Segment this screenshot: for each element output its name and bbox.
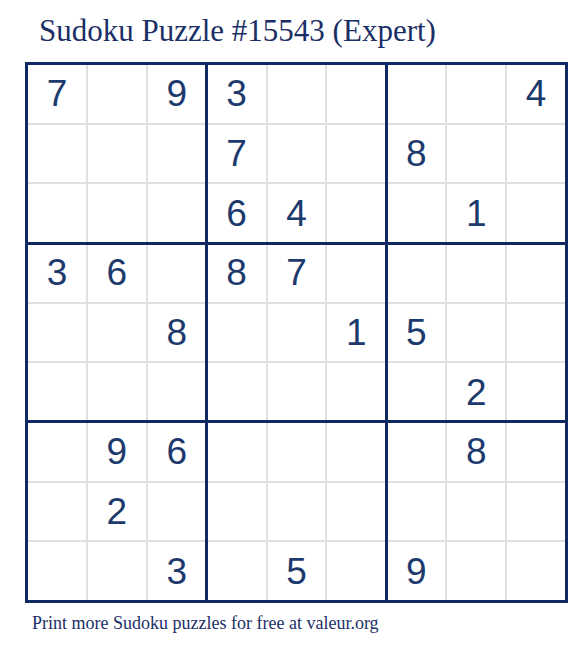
cell-r9c1 [28,542,86,600]
cell-r4c7 [387,244,445,302]
cell-r9c5: 5 [268,542,326,600]
cell-r6c9 [507,363,565,421]
cell-r3c9 [507,184,565,242]
cell-r7c8: 8 [447,423,505,481]
cell-r9c8 [447,542,505,600]
cell-r5c5 [268,304,326,362]
cell-r3c8: 1 [447,184,505,242]
cell-r7c3: 6 [148,423,206,481]
cell-r7c4 [208,423,266,481]
cell-r4c4: 8 [208,244,266,302]
cell-r8c4 [208,483,266,541]
cell-r4c9 [507,244,565,302]
cell-r7c6 [327,423,385,481]
cell-r1c6 [327,65,385,123]
cell-r5c2 [88,304,146,362]
cell-r6c6 [327,363,385,421]
box-divider-vertical-1 [205,65,208,600]
cell-r3c1 [28,184,86,242]
cell-r6c1 [28,363,86,421]
cell-r8c5 [268,483,326,541]
cell-r2c4: 7 [208,125,266,183]
cell-r9c9 [507,542,565,600]
cell-r2c8 [447,125,505,183]
cell-r2c2 [88,125,146,183]
cell-r6c3 [148,363,206,421]
cell-r7c7 [387,423,445,481]
cell-r2c9 [507,125,565,183]
cell-r7c1 [28,423,86,481]
cell-r2c7: 8 [387,125,445,183]
cell-r5c7: 5 [387,304,445,362]
cell-r1c9: 4 [507,65,565,123]
box-divider-vertical-2 [385,65,388,600]
cell-r1c2 [88,65,146,123]
footer-text: Print more Sudoku puzzles for free at va… [32,613,379,634]
cell-r5c3: 8 [148,304,206,362]
cell-r8c8 [447,483,505,541]
cell-r7c2: 9 [88,423,146,481]
cell-r2c3 [148,125,206,183]
cell-r2c5 [268,125,326,183]
cell-r8c7 [387,483,445,541]
cell-r4c3 [148,244,206,302]
cell-r1c3: 9 [148,65,206,123]
cell-r4c8 [447,244,505,302]
cell-r6c4 [208,363,266,421]
cell-r9c3: 3 [148,542,206,600]
cell-r3c2 [88,184,146,242]
cell-r5c4 [208,304,266,362]
cell-r8c6 [327,483,385,541]
cell-r6c8: 2 [447,363,505,421]
cell-r2c6 [327,125,385,183]
cell-r9c7: 9 [387,542,445,600]
cell-r1c8 [447,65,505,123]
cell-r2c1 [28,125,86,183]
cell-r3c5: 4 [268,184,326,242]
cell-r4c1: 3 [28,244,86,302]
cell-r5c8 [447,304,505,362]
cell-r6c7 [387,363,445,421]
cell-r8c2: 2 [88,483,146,541]
cell-r8c3 [148,483,206,541]
cell-r6c2 [88,363,146,421]
cell-r3c4: 6 [208,184,266,242]
cell-r3c3 [148,184,206,242]
cell-r1c5 [268,65,326,123]
cell-r5c1 [28,304,86,362]
cell-r7c5 [268,423,326,481]
cell-r3c6 [327,184,385,242]
cell-r8c9 [507,483,565,541]
cell-r4c2: 6 [88,244,146,302]
cell-r9c2 [88,542,146,600]
cell-r6c5 [268,363,326,421]
cell-r8c1 [28,483,86,541]
cell-r1c4: 3 [208,65,266,123]
cell-r3c7 [387,184,445,242]
cell-r7c9 [507,423,565,481]
cell-r1c1: 7 [28,65,86,123]
box-divider-horizontal-1 [28,242,565,245]
page-title: Sudoku Puzzle #15543 (Expert) [39,13,436,49]
cell-r5c6: 1 [327,304,385,362]
sudoku-board: 793478641368781529682359 [25,62,568,603]
box-divider-horizontal-2 [28,420,565,423]
cell-r4c6 [327,244,385,302]
cell-r5c9 [507,304,565,362]
cell-r1c7 [387,65,445,123]
cell-r9c4 [208,542,266,600]
cell-r9c6 [327,542,385,600]
cell-r4c5: 7 [268,244,326,302]
